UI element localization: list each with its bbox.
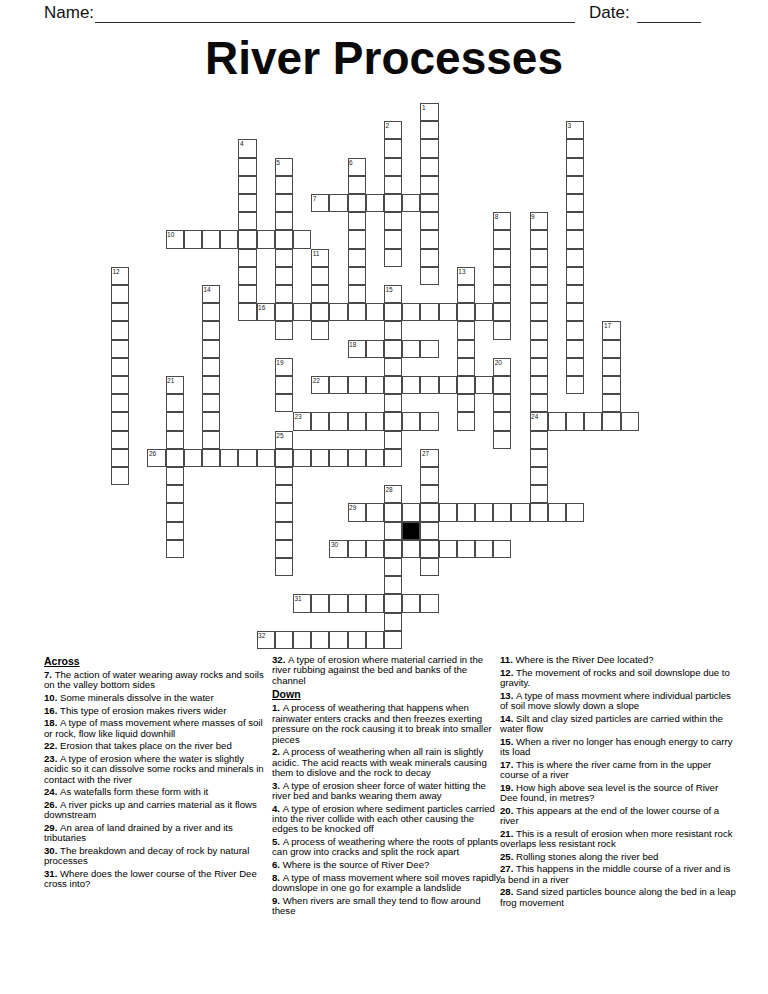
cell-r10-c21[interactable] bbox=[493, 285, 511, 303]
cell-r29-c11[interactable] bbox=[311, 631, 329, 649]
cell-r13-c15[interactable] bbox=[384, 340, 402, 358]
cell-r23-c15[interactable] bbox=[384, 522, 402, 540]
cell-r11-c0[interactable] bbox=[111, 303, 129, 321]
name-write-line bbox=[95, 6, 575, 23]
cell-r11-c15[interactable] bbox=[384, 303, 402, 321]
cell-r13-c14[interactable] bbox=[366, 340, 384, 358]
cell-r17-c5[interactable] bbox=[202, 412, 220, 430]
cell-r15-c25[interactable] bbox=[566, 376, 584, 394]
cell-r4-c9[interactable] bbox=[275, 176, 293, 194]
cell-r7-c6[interactable] bbox=[220, 230, 238, 248]
cell-r24-c18[interactable] bbox=[439, 540, 457, 558]
cell-r27-c15[interactable] bbox=[384, 594, 402, 612]
cell-r13-c19[interactable] bbox=[457, 340, 475, 358]
cell-r13-c25[interactable] bbox=[566, 340, 584, 358]
cell-r13-c13[interactable] bbox=[348, 340, 366, 358]
cell-r14-c19[interactable] bbox=[457, 358, 475, 376]
cell-r19-c8[interactable] bbox=[257, 449, 275, 467]
cell-r17-c3[interactable] bbox=[166, 412, 184, 430]
cell-r10-c0[interactable] bbox=[111, 285, 129, 303]
cell-r11-c21[interactable] bbox=[493, 303, 511, 321]
cell-r25-c17[interactable] bbox=[420, 558, 438, 576]
cell-r8-c25[interactable] bbox=[566, 249, 584, 267]
cell-r2-c25[interactable] bbox=[566, 139, 584, 157]
cell-r6-c25[interactable] bbox=[566, 212, 584, 230]
cell-r20-c9[interactable] bbox=[275, 467, 293, 485]
cell-r29-c10[interactable] bbox=[293, 631, 311, 649]
cell-r6-c13[interactable] bbox=[348, 212, 366, 230]
cell-r11-c16[interactable] bbox=[402, 303, 420, 321]
cell-r19-c15[interactable] bbox=[384, 449, 402, 467]
cell-r15-c19[interactable] bbox=[457, 376, 475, 394]
cell-r1-c25[interactable] bbox=[566, 121, 584, 139]
cell-r7-c7[interactable] bbox=[238, 230, 256, 248]
cell-r8-c17[interactable] bbox=[420, 249, 438, 267]
cell-r24-c9[interactable] bbox=[275, 540, 293, 558]
cell-r11-c7[interactable] bbox=[238, 303, 256, 321]
clue-23: 23. A type of erosion where the water is… bbox=[44, 754, 269, 785]
clue-13: 13. A type of mass movment where individ… bbox=[500, 691, 738, 712]
cell-r15-c3[interactable] bbox=[166, 376, 184, 394]
cell-r27-c11[interactable] bbox=[311, 594, 329, 612]
cell-r7-c21[interactable] bbox=[493, 230, 511, 248]
cell-r18-c9[interactable] bbox=[275, 431, 293, 449]
cell-r14-c5[interactable] bbox=[202, 358, 220, 376]
cell-r7-c15[interactable] bbox=[384, 230, 402, 248]
cell-r21-c3[interactable] bbox=[166, 485, 184, 503]
cell-r22-c23[interactable] bbox=[530, 503, 548, 521]
cell-r8-c9[interactable] bbox=[275, 249, 293, 267]
cell-r27-c10[interactable] bbox=[293, 594, 311, 612]
cell-r13-c27[interactable] bbox=[602, 340, 620, 358]
cell-r15-c20[interactable] bbox=[475, 376, 493, 394]
down-header: Down bbox=[272, 688, 502, 700]
cell-r4-c15[interactable] bbox=[384, 176, 402, 194]
clue-30: 30. The breakdown and decay of rock by n… bbox=[44, 846, 269, 867]
cell-r11-c9[interactable] bbox=[275, 303, 293, 321]
cell-r18-c0[interactable] bbox=[111, 431, 129, 449]
cell-r3-c7[interactable] bbox=[238, 158, 256, 176]
cell-r4-c7[interactable] bbox=[238, 176, 256, 194]
cell-r15-c15[interactable] bbox=[384, 376, 402, 394]
cell-r17-c25[interactable] bbox=[566, 412, 584, 430]
cell-r21-c15[interactable] bbox=[384, 485, 402, 503]
cell-r27-c12[interactable] bbox=[329, 594, 347, 612]
cell-r21-c17[interactable] bbox=[420, 485, 438, 503]
cell-r19-c6[interactable] bbox=[220, 449, 238, 467]
cell-r29-c8[interactable] bbox=[257, 631, 275, 649]
clue-26: 26. A river picks up and carries materia… bbox=[44, 800, 269, 821]
cell-r11-c8[interactable] bbox=[257, 303, 275, 321]
crossword-grid: 1234567891011121314151617181920212223242… bbox=[111, 103, 639, 649]
cell-r16-c5[interactable] bbox=[202, 394, 220, 412]
cell-r5-c7[interactable] bbox=[238, 194, 256, 212]
cell-r3-c17[interactable] bbox=[420, 158, 438, 176]
cell-r10-c7[interactable] bbox=[238, 285, 256, 303]
cell-r24-c17[interactable] bbox=[420, 540, 438, 558]
clue-11: 11. Where is the River Dee located? bbox=[500, 655, 738, 665]
cell-r9-c21[interactable] bbox=[493, 267, 511, 285]
clue-7: 7. The action of water wearing away rock… bbox=[44, 670, 269, 691]
cell-r11-c25[interactable] bbox=[566, 303, 584, 321]
cell-r19-c4[interactable] bbox=[184, 449, 202, 467]
cell-r14-c21[interactable] bbox=[493, 358, 511, 376]
cell-r6-c15[interactable] bbox=[384, 212, 402, 230]
cell-r11-c12[interactable] bbox=[329, 303, 347, 321]
cell-r6-c21[interactable] bbox=[493, 212, 511, 230]
clue-24: 24. As watefalls form these form with it bbox=[44, 787, 269, 797]
cell-r13-c17[interactable] bbox=[420, 340, 438, 358]
cell-r27-c17[interactable] bbox=[420, 594, 438, 612]
cell-r2-c15[interactable] bbox=[384, 139, 402, 157]
cell-r8-c13[interactable] bbox=[348, 249, 366, 267]
cell-r10-c13[interactable] bbox=[348, 285, 366, 303]
cell-r8-c15[interactable] bbox=[384, 249, 402, 267]
cell-r16-c0[interactable] bbox=[111, 394, 129, 412]
cell-r16-c27[interactable] bbox=[602, 394, 620, 412]
cell-r23-c9[interactable] bbox=[275, 522, 293, 540]
cell-r22-c14[interactable] bbox=[366, 503, 384, 521]
cell-r17-c21[interactable] bbox=[493, 412, 511, 430]
clue-column-2: 32. A type of erosion where material car… bbox=[272, 655, 502, 919]
cell-r22-c17[interactable] bbox=[420, 503, 438, 521]
cell-r17-c28[interactable] bbox=[621, 412, 639, 430]
cell-r9-c9[interactable] bbox=[275, 267, 293, 285]
cell-r10-c25[interactable] bbox=[566, 285, 584, 303]
cell-r17-c27[interactable] bbox=[602, 412, 620, 430]
cell-r9-c7[interactable] bbox=[238, 267, 256, 285]
cell-r22-c20[interactable] bbox=[475, 503, 493, 521]
across-header: Across bbox=[44, 655, 269, 667]
cell-r21-c9[interactable] bbox=[275, 485, 293, 503]
cell-r22-c16[interactable] bbox=[402, 503, 420, 521]
cell-r12-c27[interactable] bbox=[602, 321, 620, 339]
cell-r17-c11[interactable] bbox=[311, 412, 329, 430]
cell-r10-c19[interactable] bbox=[457, 285, 475, 303]
cell-r15-c12[interactable] bbox=[329, 376, 347, 394]
cell-r15-c23[interactable] bbox=[530, 376, 548, 394]
cell-r8-c21[interactable] bbox=[493, 249, 511, 267]
cell-r5-c14[interactable] bbox=[366, 194, 384, 212]
cell-r22-c19[interactable] bbox=[457, 503, 475, 521]
cell-r16-c9[interactable] bbox=[275, 394, 293, 412]
cell-r24-c21[interactable] bbox=[493, 540, 511, 558]
cell-r14-c25[interactable] bbox=[566, 358, 584, 376]
cell-r18-c15[interactable] bbox=[384, 431, 402, 449]
cell-r17-c23[interactable] bbox=[530, 412, 548, 430]
clue-5: 5. A process of weathering where the roo… bbox=[272, 837, 502, 858]
cell-r29-c15[interactable] bbox=[384, 631, 402, 649]
cell-r15-c13[interactable] bbox=[348, 376, 366, 394]
cell-r15-c16[interactable] bbox=[402, 376, 420, 394]
cell-r3-c13[interactable] bbox=[348, 158, 366, 176]
cell-r19-c7[interactable] bbox=[238, 449, 256, 467]
cell-r12-c5[interactable] bbox=[202, 321, 220, 339]
cell-r7-c3[interactable] bbox=[166, 230, 184, 248]
cell-r1-c17[interactable] bbox=[420, 121, 438, 139]
cell-r4-c17[interactable] bbox=[420, 176, 438, 194]
clue-6: 6. Where is the source of River Dee? bbox=[272, 860, 502, 870]
cell-r2-c17[interactable] bbox=[420, 139, 438, 157]
cell-r11-c5[interactable] bbox=[202, 303, 220, 321]
cell-r7-c13[interactable] bbox=[348, 230, 366, 248]
cell-r20-c17[interactable] bbox=[420, 467, 438, 485]
cell-r17-c24[interactable] bbox=[548, 412, 566, 430]
cell-r13-c23[interactable] bbox=[530, 340, 548, 358]
cell-r19-c2[interactable] bbox=[147, 449, 165, 467]
cell-r19-c23[interactable] bbox=[530, 449, 548, 467]
clue-31: 31. Where does the lower course of the R… bbox=[44, 869, 269, 890]
cell-r11-c13[interactable] bbox=[348, 303, 366, 321]
cell-r10-c15[interactable] bbox=[384, 285, 402, 303]
cell-r7-c4[interactable] bbox=[184, 230, 202, 248]
cell-r7-c17[interactable] bbox=[420, 230, 438, 248]
clue-27: 27. This happens in the middle course of… bbox=[500, 864, 738, 885]
cell-r22-c3[interactable] bbox=[166, 503, 184, 521]
cell-r11-c14[interactable] bbox=[366, 303, 384, 321]
cell-r6-c23[interactable] bbox=[530, 212, 548, 230]
cell-r6-c9[interactable] bbox=[275, 212, 293, 230]
cell-r2-c7[interactable] bbox=[238, 139, 256, 157]
cell-r15-c14[interactable] bbox=[366, 376, 384, 394]
cell-r10-c23[interactable] bbox=[530, 285, 548, 303]
cell-r24-c13[interactable] bbox=[348, 540, 366, 558]
cell-r17-c26[interactable] bbox=[584, 412, 602, 430]
cell-r22-c22[interactable] bbox=[511, 503, 529, 521]
cell-r10-c11[interactable] bbox=[311, 285, 329, 303]
cell-r24-c14[interactable] bbox=[366, 540, 384, 558]
clue-22: 22. Erosion that takes place on the rive… bbox=[44, 741, 269, 751]
cell-r19-c13[interactable] bbox=[348, 449, 366, 467]
clue-1: 1. A process of weathering that happens … bbox=[272, 703, 502, 745]
cell-r9-c13[interactable] bbox=[348, 267, 366, 285]
cell-r25-c9[interactable] bbox=[275, 558, 293, 576]
cell-r5-c9[interactable] bbox=[275, 194, 293, 212]
name-label: Name: bbox=[44, 3, 94, 23]
cell-r17-c15[interactable] bbox=[384, 412, 402, 430]
cell-r7-c9[interactable] bbox=[275, 230, 293, 248]
clue-14: 14. Silt and clay sized particles are ca… bbox=[500, 714, 738, 735]
cell-r24-c12[interactable] bbox=[329, 540, 347, 558]
cell-r24-c3[interactable] bbox=[166, 540, 184, 558]
cell-r19-c3[interactable] bbox=[166, 449, 184, 467]
cell-r9-c17[interactable] bbox=[420, 267, 438, 285]
cell-r14-c9[interactable] bbox=[275, 358, 293, 376]
cell-r17-c10[interactable] bbox=[293, 412, 311, 430]
cell-r5-c16[interactable] bbox=[402, 194, 420, 212]
cell-r19-c5[interactable] bbox=[202, 449, 220, 467]
cell-r19-c14[interactable] bbox=[366, 449, 384, 467]
cell-r18-c3[interactable] bbox=[166, 431, 184, 449]
cell-r4-c25[interactable] bbox=[566, 176, 584, 194]
cell-r12-c21[interactable] bbox=[493, 321, 511, 339]
cell-r26-c15[interactable] bbox=[384, 576, 402, 594]
cell-r8-c11[interactable] bbox=[311, 249, 329, 267]
cell-r8-c23[interactable] bbox=[530, 249, 548, 267]
cell-r11-c11[interactable] bbox=[311, 303, 329, 321]
cell-r29-c12[interactable] bbox=[329, 631, 347, 649]
cell-r15-c0[interactable] bbox=[111, 376, 129, 394]
clue-17: 17. This is where the river came from in… bbox=[500, 760, 738, 781]
cell-r11-c10[interactable] bbox=[293, 303, 311, 321]
cell-r7-c5[interactable] bbox=[202, 230, 220, 248]
cell-r15-c11[interactable] bbox=[311, 376, 329, 394]
cell-r24-c15[interactable] bbox=[384, 540, 402, 558]
cell-r11-c20[interactable] bbox=[475, 303, 493, 321]
cell-r27-c13[interactable] bbox=[348, 594, 366, 612]
cell-r20-c23[interactable] bbox=[530, 467, 548, 485]
cell-r11-c23[interactable] bbox=[530, 303, 548, 321]
cell-r7-c25[interactable] bbox=[566, 230, 584, 248]
cell-r17-c19[interactable] bbox=[457, 412, 475, 430]
cell-r24-c16[interactable] bbox=[402, 540, 420, 558]
cell-r7-c10[interactable] bbox=[293, 230, 311, 248]
cell-r12-c25[interactable] bbox=[566, 321, 584, 339]
cell-r22-c18[interactable] bbox=[439, 503, 457, 521]
cell-r23-c17[interactable] bbox=[420, 522, 438, 540]
clue-18: 18. A type of mass movement where masses… bbox=[44, 718, 269, 739]
cell-r9-c0[interactable] bbox=[111, 267, 129, 285]
cell-r15-c21[interactable] bbox=[493, 376, 511, 394]
cell-r15-c27[interactable] bbox=[602, 376, 620, 394]
cell-r17-c17[interactable] bbox=[420, 412, 438, 430]
cell-r3-c15[interactable] bbox=[384, 158, 402, 176]
cell-r9-c19[interactable] bbox=[457, 267, 475, 285]
clue-28: 28. Sand sized particles bounce along th… bbox=[500, 887, 738, 908]
cell-r14-c23[interactable] bbox=[530, 358, 548, 376]
cell-r27-c16[interactable] bbox=[402, 594, 420, 612]
clue-12: 12. The movement of rocks and soil downs… bbox=[500, 668, 738, 689]
cell-r18-c21[interactable] bbox=[493, 431, 511, 449]
cell-r16-c21[interactable] bbox=[493, 394, 511, 412]
clue-3: 3. A type of erosion sheer force of wate… bbox=[272, 781, 502, 802]
cell-r10-c9[interactable] bbox=[275, 285, 293, 303]
cell-r3-c9[interactable] bbox=[275, 158, 293, 176]
cell-r12-c9[interactable] bbox=[275, 321, 293, 339]
cell-r11-c17[interactable] bbox=[420, 303, 438, 321]
cell-r16-c3[interactable] bbox=[166, 394, 184, 412]
cell-r14-c27[interactable] bbox=[602, 358, 620, 376]
cell-r17-c13[interactable] bbox=[348, 412, 366, 430]
cell-r19-c12[interactable] bbox=[329, 449, 347, 467]
cell-r21-c23[interactable] bbox=[530, 485, 548, 503]
cell-r9-c25[interactable] bbox=[566, 267, 584, 285]
cell-r24-c20[interactable] bbox=[475, 540, 493, 558]
date-write-line bbox=[637, 6, 701, 23]
cell-r16-c23[interactable] bbox=[530, 394, 548, 412]
cell-r13-c16[interactable] bbox=[402, 340, 420, 358]
cell-r19-c9[interactable] bbox=[275, 449, 293, 467]
cell-r5-c25[interactable] bbox=[566, 194, 584, 212]
cell-r5-c12[interactable] bbox=[329, 194, 347, 212]
cell-r25-c15[interactable] bbox=[384, 558, 402, 576]
cell-r22-c15[interactable] bbox=[384, 503, 402, 521]
clue-8: 8. A type of mass movement where soil mo… bbox=[272, 873, 502, 894]
cell-r17-c12[interactable] bbox=[329, 412, 347, 430]
cell-r4-c13[interactable] bbox=[348, 176, 366, 194]
cell-r6-c7[interactable] bbox=[238, 212, 256, 230]
cell-r5-c15[interactable] bbox=[384, 194, 402, 212]
cell-r17-c16[interactable] bbox=[402, 412, 420, 430]
cell-r22-c25[interactable] bbox=[566, 503, 584, 521]
cell-r15-c18[interactable] bbox=[439, 376, 457, 394]
cell-r27-c14[interactable] bbox=[366, 594, 384, 612]
cell-r19-c11[interactable] bbox=[311, 449, 329, 467]
cell-r7-c23[interactable] bbox=[530, 230, 548, 248]
cell-r13-c5[interactable] bbox=[202, 340, 220, 358]
clue-9: 9. When rivers are small they tend to fl… bbox=[272, 896, 502, 917]
cell-r15-c5[interactable] bbox=[202, 376, 220, 394]
cell-r29-c9[interactable] bbox=[275, 631, 293, 649]
cell-r20-c3[interactable] bbox=[166, 467, 184, 485]
clue-10: 10. Some minerals dissolve in the water bbox=[44, 693, 269, 703]
cell-r1-c15[interactable] bbox=[384, 121, 402, 139]
cell-r11-c19[interactable] bbox=[457, 303, 475, 321]
cell-r18-c5[interactable] bbox=[202, 431, 220, 449]
cell-r19-c0[interactable] bbox=[111, 449, 129, 467]
cell-r19-c17[interactable] bbox=[420, 449, 438, 467]
cell-r5-c13[interactable] bbox=[348, 194, 366, 212]
clue-column-1: Across7. The action of water wearing awa… bbox=[44, 655, 269, 892]
cell-r28-c15[interactable] bbox=[384, 613, 402, 631]
cell-r3-c25[interactable] bbox=[566, 158, 584, 176]
cell-r22-c9[interactable] bbox=[275, 503, 293, 521]
cell-r22-c13[interactable] bbox=[348, 503, 366, 521]
black-cell-r23-c16 bbox=[402, 522, 420, 540]
cell-r9-c11[interactable] bbox=[311, 267, 329, 285]
clue-2: 2. A process of weathering when all rain… bbox=[272, 747, 502, 778]
cell-r10-c5[interactable] bbox=[202, 285, 220, 303]
cell-r12-c15[interactable] bbox=[384, 321, 402, 339]
cell-r16-c15[interactable] bbox=[384, 394, 402, 412]
cell-r5-c11[interactable] bbox=[311, 194, 329, 212]
cell-r6-c17[interactable] bbox=[420, 212, 438, 230]
cell-r12-c19[interactable] bbox=[457, 321, 475, 339]
clue-21: 21. This is a result of erosion when mor… bbox=[500, 829, 738, 850]
cell-r15-c9[interactable] bbox=[275, 376, 293, 394]
cell-r16-c19[interactable] bbox=[457, 394, 475, 412]
cell-r29-c14[interactable] bbox=[366, 631, 384, 649]
clue-32: 32. A type of erosion where material car… bbox=[272, 655, 502, 686]
cell-r29-c13[interactable] bbox=[348, 631, 366, 649]
cell-r14-c0[interactable] bbox=[111, 358, 129, 376]
cell-r5-c17[interactable] bbox=[420, 194, 438, 212]
cell-r11-c18[interactable] bbox=[439, 303, 457, 321]
cell-r17-c0[interactable] bbox=[111, 412, 129, 430]
cell-r22-c24[interactable] bbox=[548, 503, 566, 521]
cell-r17-c14[interactable] bbox=[366, 412, 384, 430]
cell-r12-c11[interactable] bbox=[311, 321, 329, 339]
cell-r9-c23[interactable] bbox=[530, 267, 548, 285]
cell-r22-c21[interactable] bbox=[493, 503, 511, 521]
cell-r13-c0[interactable] bbox=[111, 340, 129, 358]
cell-r12-c23[interactable] bbox=[530, 321, 548, 339]
cell-r20-c0[interactable] bbox=[111, 467, 129, 485]
clue-16: 16. This type of erosion makes rivers wi… bbox=[44, 706, 269, 716]
cell-r23-c3[interactable] bbox=[166, 522, 184, 540]
cell-r14-c15[interactable] bbox=[384, 358, 402, 376]
cell-r0-c17[interactable] bbox=[420, 103, 438, 121]
cell-r18-c23[interactable] bbox=[530, 431, 548, 449]
cell-r24-c19[interactable] bbox=[457, 540, 475, 558]
cell-r19-c10[interactable] bbox=[293, 449, 311, 467]
cell-r15-c17[interactable] bbox=[420, 376, 438, 394]
cell-r12-c0[interactable] bbox=[111, 321, 129, 339]
clue-25: 25. Rolling stones along the river bed bbox=[500, 852, 738, 862]
date-label: Date: bbox=[589, 3, 630, 23]
cell-r8-c7[interactable] bbox=[238, 249, 256, 267]
cell-r7-c8[interactable] bbox=[257, 230, 275, 248]
